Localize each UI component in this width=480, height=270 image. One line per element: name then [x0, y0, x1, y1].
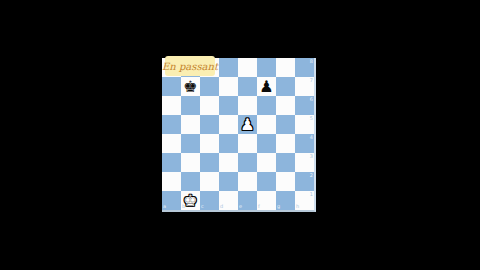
square-g7[interactable] — [276, 77, 295, 96]
square-b4[interactable] — [181, 134, 200, 153]
square-a4[interactable] — [162, 134, 181, 153]
rank-label-6: 6 — [310, 97, 313, 102]
white-pawn[interactable]: ♟ — [240, 115, 254, 134]
square-d8[interactable] — [219, 58, 238, 77]
rank-label-5: 5 — [310, 116, 313, 121]
rank-label-8: 8 — [310, 59, 313, 64]
square-a3[interactable] — [162, 153, 181, 172]
square-h6[interactable]: 6 — [295, 96, 314, 115]
square-a6[interactable] — [162, 96, 181, 115]
square-c4[interactable] — [200, 134, 219, 153]
square-d3[interactable] — [219, 153, 238, 172]
chess-board: 8♚♟76♟5432ab♚cdefg1h En passant — [162, 58, 314, 210]
rank-label-7: 7 — [310, 78, 313, 83]
square-a1[interactable]: a — [162, 191, 181, 210]
square-d1[interactable]: d — [219, 191, 238, 210]
square-f7[interactable]: ♟ — [257, 77, 276, 96]
square-g2[interactable] — [276, 172, 295, 191]
square-c3[interactable] — [200, 153, 219, 172]
square-f1[interactable]: f — [257, 191, 276, 210]
square-a7[interactable] — [162, 77, 181, 96]
square-b2[interactable] — [181, 172, 200, 191]
rank-label-2: 2 — [310, 173, 313, 178]
square-d2[interactable] — [219, 172, 238, 191]
file-label-f: f — [258, 204, 260, 209]
square-e3[interactable] — [238, 153, 257, 172]
square-d7[interactable] — [219, 77, 238, 96]
square-e7[interactable] — [238, 77, 257, 96]
square-e4[interactable] — [238, 134, 257, 153]
square-a2[interactable] — [162, 172, 181, 191]
square-h7[interactable]: 7 — [295, 77, 314, 96]
square-e6[interactable] — [238, 96, 257, 115]
square-h4[interactable]: 4 — [295, 134, 314, 153]
square-c2[interactable] — [200, 172, 219, 191]
square-f2[interactable] — [257, 172, 276, 191]
file-label-c: c — [201, 204, 204, 209]
square-g1[interactable]: g — [276, 191, 295, 210]
square-f8[interactable] — [257, 58, 276, 77]
square-g8[interactable] — [276, 58, 295, 77]
square-e8[interactable] — [238, 58, 257, 77]
square-c6[interactable] — [200, 96, 219, 115]
en-passant-label: En passant — [165, 56, 215, 76]
square-c7[interactable] — [200, 77, 219, 96]
file-label-a: a — [163, 204, 166, 209]
file-label-e: e — [239, 204, 242, 209]
square-h8[interactable]: 8 — [295, 58, 314, 77]
square-d6[interactable] — [219, 96, 238, 115]
black-king[interactable]: ♚ — [183, 77, 197, 96]
square-e1[interactable]: e — [238, 191, 257, 210]
square-c5[interactable] — [200, 115, 219, 134]
square-f5[interactable] — [257, 115, 276, 134]
square-h2[interactable]: 2 — [295, 172, 314, 191]
square-f4[interactable] — [257, 134, 276, 153]
square-g4[interactable] — [276, 134, 295, 153]
rank-label-4: 4 — [310, 135, 313, 140]
square-b7[interactable]: ♚ — [181, 77, 200, 96]
square-h1[interactable]: 1h — [295, 191, 314, 210]
square-h3[interactable]: 3 — [295, 153, 314, 172]
square-d5[interactable] — [219, 115, 238, 134]
square-c1[interactable]: c — [200, 191, 219, 210]
black-pawn[interactable]: ♟ — [259, 77, 273, 96]
file-label-d: d — [220, 204, 223, 209]
rank-label-1: 1 — [310, 192, 313, 197]
square-a5[interactable] — [162, 115, 181, 134]
file-label-g: g — [277, 204, 280, 209]
rank-label-3: 3 — [310, 154, 313, 159]
square-g3[interactable] — [276, 153, 295, 172]
square-b5[interactable] — [181, 115, 200, 134]
video-frame: 8♚♟76♟5432ab♚cdefg1h En passant — [0, 0, 480, 270]
square-e5[interactable]: ♟ — [238, 115, 257, 134]
square-g6[interactable] — [276, 96, 295, 115]
file-label-h: h — [296, 204, 299, 209]
square-f6[interactable] — [257, 96, 276, 115]
square-d4[interactable] — [219, 134, 238, 153]
square-b1[interactable]: b♚ — [181, 191, 200, 210]
square-h5[interactable]: 5 — [295, 115, 314, 134]
square-b6[interactable] — [181, 96, 200, 115]
square-e2[interactable] — [238, 172, 257, 191]
square-f3[interactable] — [257, 153, 276, 172]
white-king[interactable]: ♚ — [183, 191, 197, 210]
square-b3[interactable] — [181, 153, 200, 172]
square-g5[interactable] — [276, 115, 295, 134]
board-grid: 8♚♟76♟5432ab♚cdefg1h — [162, 58, 316, 212]
en-passant-label-text: En passant — [162, 61, 218, 72]
